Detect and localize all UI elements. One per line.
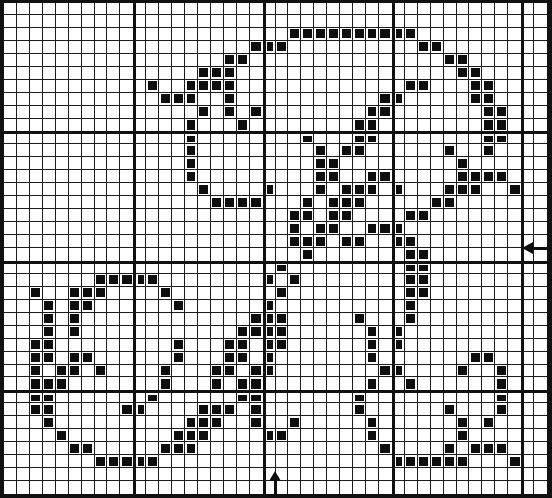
center-marker-bottom-arrow [268, 471, 283, 496]
center-marker-right-arrow [522, 241, 552, 255]
arrow-tail [274, 479, 277, 496]
arrow-tail [531, 247, 552, 250]
cross-stitch-chart [0, 0, 552, 498]
chart-frame [0, 0, 552, 498]
